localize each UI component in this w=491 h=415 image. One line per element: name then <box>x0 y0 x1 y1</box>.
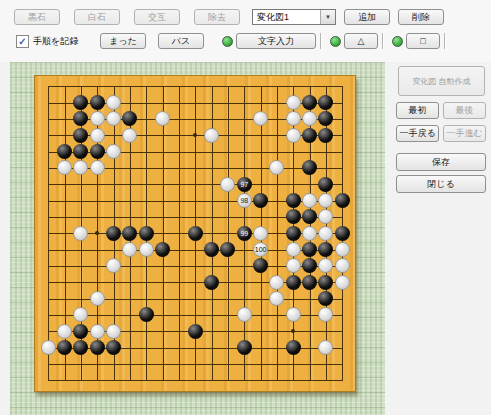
black-stone[interactable] <box>302 128 317 143</box>
white-stone[interactable] <box>237 307 252 322</box>
auto-variation-button[interactable]: 変化図 自動作成 <box>398 66 485 96</box>
black-stone[interactable] <box>286 209 301 224</box>
white-stone[interactable] <box>286 111 301 126</box>
black-stone[interactable] <box>122 226 137 241</box>
white-stone[interactable] <box>286 258 301 273</box>
black-stone[interactable] <box>318 95 333 110</box>
variation-select[interactable]: 変化図1 ▼ <box>252 9 336 25</box>
save-button[interactable]: 保存 <box>396 153 486 171</box>
hoshi-point <box>291 329 295 333</box>
white-stone[interactable] <box>286 242 301 257</box>
black-stone[interactable] <box>318 177 333 192</box>
white-stone[interactable] <box>73 307 88 322</box>
record-moves-label: 手順を記録 <box>33 35 78 48</box>
white-stone[interactable] <box>106 95 121 110</box>
black-stone[interactable] <box>318 111 333 126</box>
variation-select-value: 変化図1 <box>253 11 320 24</box>
last-move-button[interactable]: 最後 <box>443 102 486 119</box>
white-stone[interactable] <box>122 242 137 257</box>
white-stone[interactable] <box>269 291 284 306</box>
white-stone[interactable] <box>106 258 121 273</box>
chevron-down-icon[interactable]: ▼ <box>320 10 335 24</box>
white-stone[interactable] <box>90 160 105 175</box>
white-stone[interactable] <box>269 275 284 290</box>
black-stone[interactable] <box>139 226 154 241</box>
white-stone[interactable] <box>286 95 301 110</box>
remove-button[interactable]: 除去 <box>194 9 240 25</box>
white-stone[interactable]: 98 <box>237 193 252 208</box>
grid-line <box>48 380 343 381</box>
white-stone[interactable] <box>122 128 137 143</box>
white-stone[interactable] <box>155 111 170 126</box>
add-variation-button[interactable]: 追加 <box>344 9 390 25</box>
move-number-label: 97 <box>240 181 248 188</box>
black-stone[interactable] <box>90 144 105 159</box>
black-stone[interactable] <box>204 275 219 290</box>
black-stone[interactable] <box>302 242 317 257</box>
toolbar: 黒石 白石 交互 除去 変化図1 ▼ 追加 削除 ✓ 手順を記録 まった パス … <box>0 0 491 62</box>
black-stone[interactable] <box>188 226 203 241</box>
white-stone[interactable] <box>318 226 333 241</box>
white-stone[interactable] <box>90 291 105 306</box>
back-one-move-button[interactable]: 一手戻る <box>396 125 439 142</box>
white-stone[interactable] <box>318 209 333 224</box>
white-stone[interactable] <box>269 160 284 175</box>
black-stone[interactable] <box>318 275 333 290</box>
white-stone[interactable] <box>90 111 105 126</box>
white-stone[interactable] <box>73 160 88 175</box>
black-stone[interactable] <box>188 324 203 339</box>
black-stone[interactable]: 97 <box>237 177 252 192</box>
square-lamp-icon <box>392 36 403 47</box>
black-stone[interactable] <box>106 226 121 241</box>
side-panel: 変化図 自動作成 最初 最後 一手戻る 一手進む 保存 閉じる <box>386 62 491 415</box>
hoshi-point <box>95 231 99 235</box>
white-stone[interactable] <box>57 160 72 175</box>
black-stone[interactable] <box>90 340 105 355</box>
black-stone[interactable] <box>73 340 88 355</box>
white-stone[interactable] <box>106 144 121 159</box>
black-stone[interactable] <box>302 209 317 224</box>
black-stone[interactable] <box>335 226 350 241</box>
grid-line <box>48 364 343 365</box>
black-stone[interactable] <box>318 128 333 143</box>
undo-button[interactable]: まった <box>100 33 146 49</box>
triangle-lamp-icon <box>330 36 341 47</box>
white-stone[interactable] <box>139 242 154 257</box>
white-stone[interactable] <box>220 177 235 192</box>
black-stone[interactable] <box>57 340 72 355</box>
black-stone[interactable] <box>302 275 317 290</box>
black-stone[interactable] <box>106 340 121 355</box>
white-stone[interactable] <box>90 324 105 339</box>
delete-variation-button[interactable]: 削除 <box>398 9 444 25</box>
black-stone[interactable] <box>253 193 268 208</box>
alternate-button[interactable]: 交互 <box>134 9 180 25</box>
first-move-button[interactable]: 最初 <box>396 102 439 119</box>
white-stone[interactable] <box>302 193 317 208</box>
black-stone[interactable] <box>237 340 252 355</box>
black-stone[interactable]: 99 <box>237 226 252 241</box>
black-stone[interactable] <box>57 144 72 159</box>
move-number-label: 98 <box>240 197 248 204</box>
black-stone[interactable] <box>286 193 301 208</box>
close-button[interactable]: 閉じる <box>396 175 486 193</box>
white-stone[interactable] <box>286 128 301 143</box>
tatami-background: 979899100 <box>10 62 385 415</box>
black-stone[interactable] <box>73 95 88 110</box>
black-stone[interactable] <box>302 95 317 110</box>
white-stone-button[interactable]: 白石 <box>74 9 120 25</box>
go-board[interactable]: 979899100 <box>34 75 356 392</box>
triangle-marker-button[interactable]: △ <box>344 33 378 49</box>
white-stone[interactable] <box>335 275 350 290</box>
grid-line <box>277 86 278 380</box>
black-stone-button[interactable]: 黒石 <box>14 9 60 25</box>
text-input-lamp-icon <box>222 36 233 47</box>
black-stone[interactable] <box>286 340 301 355</box>
white-stone[interactable] <box>318 258 333 273</box>
black-stone[interactable] <box>122 111 137 126</box>
hoshi-point <box>193 133 197 137</box>
black-stone[interactable] <box>286 226 301 241</box>
white-stone[interactable] <box>318 193 333 208</box>
black-stone[interactable] <box>318 291 333 306</box>
black-stone[interactable] <box>73 111 88 126</box>
black-stone[interactable] <box>318 242 333 257</box>
black-stone[interactable] <box>155 242 170 257</box>
white-stone[interactable] <box>253 226 268 241</box>
white-stone[interactable] <box>318 340 333 355</box>
black-stone[interactable] <box>253 258 268 273</box>
grid-line <box>228 86 229 380</box>
white-stone[interactable] <box>335 258 350 273</box>
pass-button[interactable]: パス <box>158 33 204 49</box>
white-stone[interactable]: 100 <box>253 242 268 257</box>
white-stone[interactable] <box>286 307 301 322</box>
white-stone[interactable] <box>335 242 350 257</box>
go-editor-window: 黒石 白石 交互 除去 変化図1 ▼ 追加 削除 ✓ 手順を記録 まった パス … <box>0 0 491 415</box>
black-stone[interactable] <box>90 95 105 110</box>
black-stone[interactable] <box>302 258 317 273</box>
black-stone[interactable] <box>220 242 235 257</box>
white-stone[interactable] <box>106 324 121 339</box>
white-stone[interactable] <box>106 111 121 126</box>
separator <box>320 33 322 49</box>
forward-one-move-button[interactable]: 一手進む <box>443 125 486 142</box>
black-stone[interactable] <box>139 307 154 322</box>
black-stone[interactable] <box>302 160 317 175</box>
black-stone[interactable] <box>73 128 88 143</box>
square-marker-button[interactable]: □ <box>406 33 440 49</box>
white-stone[interactable] <box>302 226 317 241</box>
white-stone[interactable] <box>318 307 333 322</box>
black-stone[interactable] <box>73 144 88 159</box>
white-stone[interactable] <box>204 128 219 143</box>
move-number-label: 100 <box>255 246 267 253</box>
white-stone[interactable] <box>57 324 72 339</box>
white-stone[interactable] <box>302 111 317 126</box>
white-stone[interactable] <box>41 340 56 355</box>
white-stone[interactable] <box>253 111 268 126</box>
move-number-label: 99 <box>240 230 248 237</box>
separator <box>382 33 384 49</box>
white-stone[interactable] <box>73 226 88 241</box>
black-stone[interactable] <box>335 193 350 208</box>
text-input-button[interactable]: 文字入力 <box>236 33 316 49</box>
black-stone[interactable] <box>286 275 301 290</box>
black-stone[interactable] <box>204 242 219 257</box>
record-moves-checkbox[interactable]: ✓ <box>16 35 29 48</box>
separator <box>444 33 446 49</box>
black-stone[interactable] <box>73 324 88 339</box>
white-stone[interactable] <box>90 128 105 143</box>
record-moves-checkbox-row: ✓ 手順を記録 <box>16 34 78 48</box>
